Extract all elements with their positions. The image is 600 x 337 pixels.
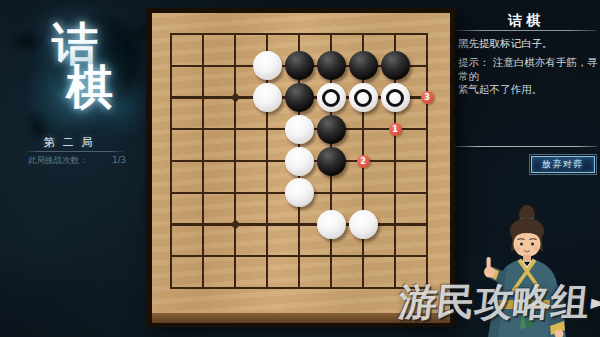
move-label-badge: 2 [357,155,370,168]
white-stone [349,210,378,239]
black-stone [317,51,346,80]
white-stone [253,83,282,112]
round-label: 第二局 [14,135,130,150]
watermark-arrow-icon: ► [589,282,600,322]
black-stone [285,83,314,112]
black-stone [317,147,346,176]
go-board-surface: 123 [152,13,450,313]
eye-right [531,243,534,246]
eye-left [520,243,523,246]
black-stone [349,51,378,80]
hand [484,267,495,278]
watermark-text: 游民攻略组 [397,282,591,322]
title-underline [455,30,597,31]
give-up-button[interactable]: 放弃对弈 [531,156,595,173]
neck [523,255,531,262]
puzzle-title: 诘棋 [455,12,597,30]
marked-white-stone [317,83,346,112]
hint-line-2: 紧气起不了作用。 [458,83,598,97]
white-stone [285,147,314,176]
black-stone [381,51,410,80]
hint-line-1: 提示： 注意白棋亦有手筋，寻常的 [458,56,598,83]
puzzle-objective: 黑先提取标记白子。 [458,37,598,51]
left-panel-divider [24,151,126,152]
marked-white-stone [381,83,410,112]
move-label-badge: 3 [421,91,434,104]
right-panel-divider [455,146,597,147]
white-stone [317,210,346,239]
black-stone [317,115,346,144]
marked-white-stone [349,83,378,112]
black-stone [285,51,314,80]
calligraphy-char-qi: 棋 [66,56,113,119]
move-label-badge: 1 [389,123,402,136]
white-stone [285,178,314,207]
watermark: 游民攻略组 ► [397,282,600,322]
white-stone [253,51,282,80]
attempts-row: 此局挑战次数： 1/3 [28,155,126,167]
attempts-label: 此局挑战次数： [28,155,88,167]
white-stone [285,115,314,144]
puzzle-hint: 提示： 注意白棋亦有手筋，寻常的 紧气起不了作用。 [458,56,598,97]
attempts-value: 1/3 [112,155,126,167]
